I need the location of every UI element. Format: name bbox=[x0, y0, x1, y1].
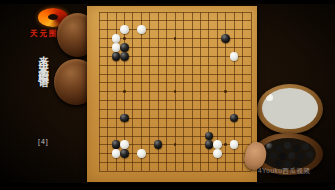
video-watermark: 4Youku西瓜视频 bbox=[258, 167, 310, 176]
black-stone bbox=[205, 140, 214, 149]
grid-line-horizontal bbox=[99, 127, 251, 128]
black-stone bbox=[205, 132, 214, 141]
white-stone bbox=[230, 140, 239, 149]
letterbox-bottom bbox=[0, 183, 335, 190]
white-stone bbox=[120, 140, 129, 149]
black-stone bbox=[154, 140, 163, 149]
white-stone bbox=[213, 140, 222, 149]
star-point bbox=[123, 90, 126, 93]
white-stone bbox=[230, 52, 239, 61]
black-stone bbox=[120, 52, 129, 61]
black-stone bbox=[112, 140, 121, 149]
episode-number: [4] bbox=[38, 138, 49, 145]
go-board bbox=[87, 6, 257, 182]
grid-line-horizontal bbox=[99, 100, 251, 101]
program-title-vertical: 来自未来的棋谱 bbox=[37, 47, 51, 143]
white-stone bbox=[120, 25, 129, 34]
black-stone bbox=[120, 149, 129, 158]
grid-line-vertical bbox=[183, 12, 184, 171]
white-stones-in-bowl bbox=[262, 88, 318, 129]
white-stone-pile bbox=[266, 94, 273, 101]
black-stone bbox=[230, 114, 239, 123]
grid-line-horizontal bbox=[99, 109, 251, 110]
grid-line-horizontal bbox=[99, 171, 251, 172]
grid-line-vertical bbox=[192, 12, 193, 171]
black-stone bbox=[120, 114, 129, 123]
grid-line-vertical bbox=[200, 12, 201, 171]
black-stone bbox=[120, 43, 129, 52]
star-point bbox=[224, 90, 227, 93]
black-stone bbox=[221, 34, 230, 43]
white-stone bbox=[213, 149, 222, 158]
black-stone-pile bbox=[266, 143, 273, 150]
white-stone bbox=[112, 43, 121, 52]
grid-line-vertical bbox=[242, 12, 243, 171]
star-point bbox=[224, 143, 227, 146]
grid-line-horizontal bbox=[99, 136, 251, 137]
letterbox-top bbox=[0, 0, 335, 4]
white-stone bbox=[137, 149, 146, 158]
white-stone bbox=[137, 25, 146, 34]
tv-frame: 天元围棋 来自未来的棋谱 [4] 4Youku西瓜视频 bbox=[0, 0, 335, 190]
star-point bbox=[174, 90, 177, 93]
grid-line-horizontal bbox=[99, 162, 251, 163]
white-stone bbox=[112, 34, 121, 43]
black-stone bbox=[112, 52, 121, 61]
channel-logo-icon-center bbox=[48, 14, 58, 20]
black-stones-in-bowl bbox=[260, 138, 316, 170]
star-point bbox=[123, 37, 126, 40]
star-point bbox=[174, 143, 177, 146]
white-stone bbox=[112, 149, 121, 158]
white-stone-bowl bbox=[257, 84, 323, 134]
